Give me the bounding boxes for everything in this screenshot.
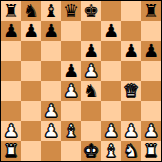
square-h1[interactable]: ♜	[141, 141, 161, 161]
white-knight-g1[interactable]: ♞	[123, 141, 139, 161]
black-pawn-f7[interactable]: ♟	[103, 21, 119, 41]
square-d1[interactable]	[61, 141, 81, 161]
square-b7[interactable]: ♟	[21, 21, 41, 41]
black-king-e8[interactable]: ♚	[83, 1, 99, 21]
black-pawn-e6[interactable]: ♟	[83, 41, 99, 61]
square-g3[interactable]	[121, 101, 141, 121]
square-b6[interactable]	[21, 41, 41, 61]
square-e3[interactable]	[81, 101, 101, 121]
square-h7[interactable]	[141, 21, 161, 41]
square-g7[interactable]	[121, 21, 141, 41]
square-g1[interactable]: ♞	[121, 141, 141, 161]
black-pawn-h6[interactable]: ♟	[143, 41, 159, 61]
square-g5[interactable]	[121, 61, 141, 81]
square-f1[interactable]: ♝	[101, 141, 121, 161]
square-f3[interactable]	[101, 101, 121, 121]
square-f7[interactable]: ♟	[101, 21, 121, 41]
square-h4[interactable]	[141, 81, 161, 101]
square-a8[interactable]: ♜	[1, 1, 21, 21]
black-pawn-d5[interactable]: ♟	[63, 61, 79, 81]
white-bishop-d2[interactable]: ♝	[63, 121, 79, 141]
square-c5[interactable]	[41, 61, 61, 81]
square-g8[interactable]	[121, 1, 141, 21]
square-e6[interactable]: ♟	[81, 41, 101, 61]
white-bishop-f1[interactable]: ♝	[103, 141, 119, 161]
square-d8[interactable]: ♛	[61, 1, 81, 21]
white-pawn-h2[interactable]: ♟	[143, 121, 159, 141]
black-knight-b8[interactable]: ♞	[23, 1, 39, 21]
white-pawn-c3[interactable]: ♟	[43, 101, 59, 121]
white-pawn-c2[interactable]: ♟	[43, 121, 59, 141]
white-rook-a1[interactable]: ♜	[3, 141, 19, 161]
square-e8[interactable]: ♚	[81, 1, 101, 21]
square-c2[interactable]: ♟	[41, 121, 61, 141]
square-b8[interactable]: ♞	[21, 1, 41, 21]
square-e4[interactable]: ♞	[81, 81, 101, 101]
white-pawn-a2[interactable]: ♟	[3, 121, 19, 141]
white-pawn-g2[interactable]: ♟	[123, 121, 139, 141]
white-pawn-f2[interactable]: ♟	[103, 121, 119, 141]
square-a7[interactable]: ♟	[1, 21, 21, 41]
square-d5[interactable]: ♟	[61, 61, 81, 81]
square-e5[interactable]: ♟	[81, 61, 101, 81]
square-d7[interactable]	[61, 21, 81, 41]
square-b4[interactable]	[21, 81, 41, 101]
black-pawn-a7[interactable]: ♟	[3, 21, 19, 41]
square-a2[interactable]: ♟	[1, 121, 21, 141]
square-c7[interactable]: ♟	[41, 21, 61, 41]
square-e2[interactable]	[81, 121, 101, 141]
square-e1[interactable]: ♚	[81, 141, 101, 161]
square-c4[interactable]	[41, 81, 61, 101]
square-h5[interactable]	[141, 61, 161, 81]
square-a5[interactable]	[1, 61, 21, 81]
square-c6[interactable]	[41, 41, 61, 61]
square-c1[interactable]	[41, 141, 61, 161]
square-g4[interactable]: ♛	[121, 81, 141, 101]
square-f6[interactable]	[101, 41, 121, 61]
square-d4[interactable]: ♟	[61, 81, 81, 101]
square-h8[interactable]: ♜	[141, 1, 161, 21]
square-d6[interactable]	[61, 41, 81, 61]
square-c3[interactable]: ♟	[41, 101, 61, 121]
square-a6[interactable]	[1, 41, 21, 61]
square-e7[interactable]	[81, 21, 101, 41]
square-f4[interactable]	[101, 81, 121, 101]
square-h3[interactable]	[141, 101, 161, 121]
square-d3[interactable]	[61, 101, 81, 121]
square-a4[interactable]	[1, 81, 21, 101]
black-pawn-c7[interactable]: ♟	[43, 21, 59, 41]
square-c8[interactable]: ♝	[41, 1, 61, 21]
white-rook-h1[interactable]: ♜	[143, 141, 159, 161]
square-b5[interactable]	[21, 61, 41, 81]
square-f2[interactable]: ♟	[101, 121, 121, 141]
square-f8[interactable]	[101, 1, 121, 21]
square-f5[interactable]	[101, 61, 121, 81]
black-pawn-g6[interactable]: ♟	[123, 41, 139, 61]
square-a1[interactable]: ♜	[1, 141, 21, 161]
black-pawn-b7[interactable]: ♟	[23, 21, 39, 41]
chess-board: ♜♞♝♛♚♜♟♟♟♟♟♟♟♟♟♟♞♛♟♟♟♝♟♟♟♜♚♝♞♜	[0, 0, 162, 162]
black-bishop-c8[interactable]: ♝	[43, 1, 59, 21]
black-rook-h8[interactable]: ♜	[143, 1, 159, 21]
white-pawn-d4[interactable]: ♟	[63, 81, 79, 101]
black-queen-d8[interactable]: ♛	[63, 1, 79, 21]
black-rook-a8[interactable]: ♜	[3, 1, 19, 21]
square-h6[interactable]: ♟	[141, 41, 161, 61]
square-g2[interactable]: ♟	[121, 121, 141, 141]
square-b2[interactable]	[21, 121, 41, 141]
square-b1[interactable]	[21, 141, 41, 161]
white-king-e1[interactable]: ♚	[83, 141, 99, 161]
square-g6[interactable]: ♟	[121, 41, 141, 61]
square-a3[interactable]	[1, 101, 21, 121]
black-knight-e4[interactable]: ♞	[83, 81, 99, 101]
square-h2[interactable]: ♟	[141, 121, 161, 141]
white-queen-g4[interactable]: ♛	[123, 81, 139, 101]
square-d2[interactable]: ♝	[61, 121, 81, 141]
white-pawn-e5[interactable]: ♟	[83, 61, 99, 81]
square-b3[interactable]	[21, 101, 41, 121]
